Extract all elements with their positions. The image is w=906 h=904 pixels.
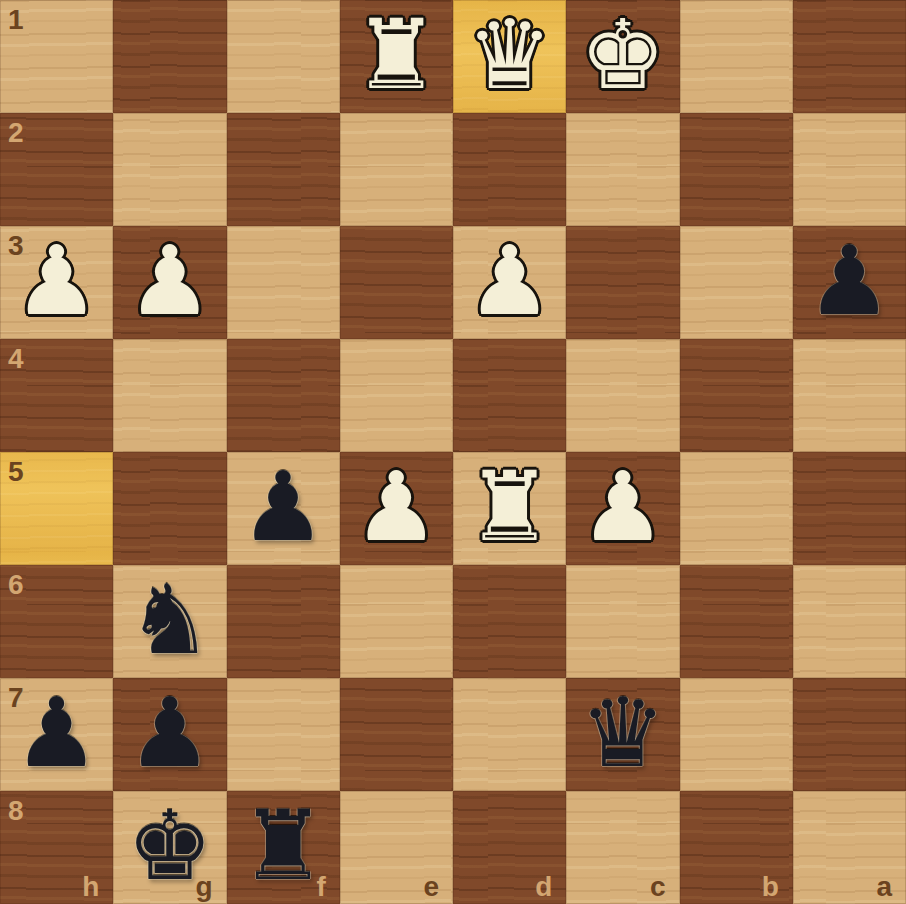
square-a2[interactable] — [793, 113, 906, 226]
piece-white-queen-d1[interactable]: ♛ — [467, 7, 553, 103]
square-h7[interactable]: 7♟ — [0, 678, 113, 791]
square-a6[interactable] — [793, 565, 906, 678]
piece-white-pawn-d3[interactable]: ♟ — [467, 233, 553, 329]
square-a3[interactable]: ♟ — [793, 226, 906, 339]
square-h1[interactable]: 1 — [0, 0, 113, 113]
piece-black-knight-g6[interactable]: ♞ — [127, 572, 213, 668]
square-g1[interactable] — [113, 0, 226, 113]
square-a4[interactable] — [793, 339, 906, 452]
square-f3[interactable] — [227, 226, 340, 339]
square-a1[interactable] — [793, 0, 906, 113]
file-label-b: b — [762, 871, 779, 903]
square-f4[interactable] — [227, 339, 340, 452]
piece-black-pawn-g7[interactable]: ♟ — [127, 685, 213, 781]
piece-white-pawn-e5[interactable]: ♟ — [353, 459, 439, 555]
square-d5[interactable]: ♜ — [453, 452, 566, 565]
square-d7[interactable] — [453, 678, 566, 791]
rank-label-4: 4 — [8, 343, 24, 375]
square-g8[interactable]: g♚ — [113, 791, 226, 904]
square-a5[interactable] — [793, 452, 906, 565]
square-f1[interactable] — [227, 0, 340, 113]
square-e3[interactable] — [340, 226, 453, 339]
square-e6[interactable] — [340, 565, 453, 678]
piece-black-pawn-h7[interactable]: ♟ — [14, 685, 100, 781]
square-g2[interactable] — [113, 113, 226, 226]
rank-label-8: 8 — [8, 795, 24, 827]
square-b3[interactable] — [680, 226, 793, 339]
rank-label-6: 6 — [8, 569, 24, 601]
square-g3[interactable]: ♟ — [113, 226, 226, 339]
piece-white-rook-e1[interactable]: ♜ — [353, 7, 439, 103]
piece-black-king-g8[interactable]: ♚ — [127, 798, 213, 894]
square-d8[interactable]: d — [453, 791, 566, 904]
square-h2[interactable]: 2 — [0, 113, 113, 226]
square-e8[interactable]: e — [340, 791, 453, 904]
piece-black-pawn-a3[interactable]: ♟ — [806, 233, 892, 329]
file-label-d: d — [535, 871, 552, 903]
file-label-e: e — [423, 871, 439, 903]
square-b4[interactable] — [680, 339, 793, 452]
square-f7[interactable] — [227, 678, 340, 791]
square-b1[interactable] — [680, 0, 793, 113]
rank-label-2: 2 — [8, 117, 24, 149]
square-h4[interactable]: 4 — [0, 339, 113, 452]
square-f6[interactable] — [227, 565, 340, 678]
square-d3[interactable]: ♟ — [453, 226, 566, 339]
square-h5[interactable]: 5 — [0, 452, 113, 565]
square-g7[interactable]: ♟ — [113, 678, 226, 791]
square-b2[interactable] — [680, 113, 793, 226]
square-c4[interactable] — [566, 339, 679, 452]
square-h6[interactable]: 6 — [0, 565, 113, 678]
square-b7[interactable] — [680, 678, 793, 791]
rank-label-5: 5 — [8, 456, 24, 488]
square-c2[interactable] — [566, 113, 679, 226]
square-d4[interactable] — [453, 339, 566, 452]
square-a8[interactable]: a — [793, 791, 906, 904]
file-label-a: a — [876, 871, 892, 903]
piece-black-queen-c7[interactable]: ♛ — [580, 685, 666, 781]
file-label-c: c — [650, 871, 666, 903]
square-d2[interactable] — [453, 113, 566, 226]
square-e4[interactable] — [340, 339, 453, 452]
square-e2[interactable] — [340, 113, 453, 226]
square-e1[interactable]: ♜ — [340, 0, 453, 113]
square-h3[interactable]: 3♟ — [0, 226, 113, 339]
square-b5[interactable] — [680, 452, 793, 565]
square-c6[interactable] — [566, 565, 679, 678]
piece-white-pawn-h3[interactable]: ♟ — [14, 233, 100, 329]
piece-white-pawn-c5[interactable]: ♟ — [580, 459, 666, 555]
piece-white-king-c1[interactable]: ♚ — [580, 7, 666, 103]
square-e5[interactable]: ♟ — [340, 452, 453, 565]
piece-white-rook-d5[interactable]: ♜ — [467, 459, 553, 555]
square-f2[interactable] — [227, 113, 340, 226]
square-e7[interactable] — [340, 678, 453, 791]
square-d1[interactable]: ♛ — [453, 0, 566, 113]
square-g6[interactable]: ♞ — [113, 565, 226, 678]
square-b8[interactable]: b — [680, 791, 793, 904]
square-f5[interactable]: ♟ — [227, 452, 340, 565]
square-c3[interactable] — [566, 226, 679, 339]
square-c5[interactable]: ♟ — [566, 452, 679, 565]
chess-board: 1♜♛♚23♟♟♟♟45♟♟♜♟6♞7♟♟♛8hg♚f♜edcba — [0, 0, 906, 904]
square-c8[interactable]: c — [566, 791, 679, 904]
rank-label-1: 1 — [8, 4, 24, 36]
square-g5[interactable] — [113, 452, 226, 565]
square-c7[interactable]: ♛ — [566, 678, 679, 791]
square-g4[interactable] — [113, 339, 226, 452]
piece-black-rook-f8[interactable]: ♜ — [240, 798, 326, 894]
square-a7[interactable] — [793, 678, 906, 791]
square-h8[interactable]: 8h — [0, 791, 113, 904]
piece-black-pawn-f5[interactable]: ♟ — [240, 459, 326, 555]
piece-white-pawn-g3[interactable]: ♟ — [127, 233, 213, 329]
square-d6[interactable] — [453, 565, 566, 678]
square-c1[interactable]: ♚ — [566, 0, 679, 113]
file-label-h: h — [82, 871, 99, 903]
square-b6[interactable] — [680, 565, 793, 678]
square-f8[interactable]: f♜ — [227, 791, 340, 904]
